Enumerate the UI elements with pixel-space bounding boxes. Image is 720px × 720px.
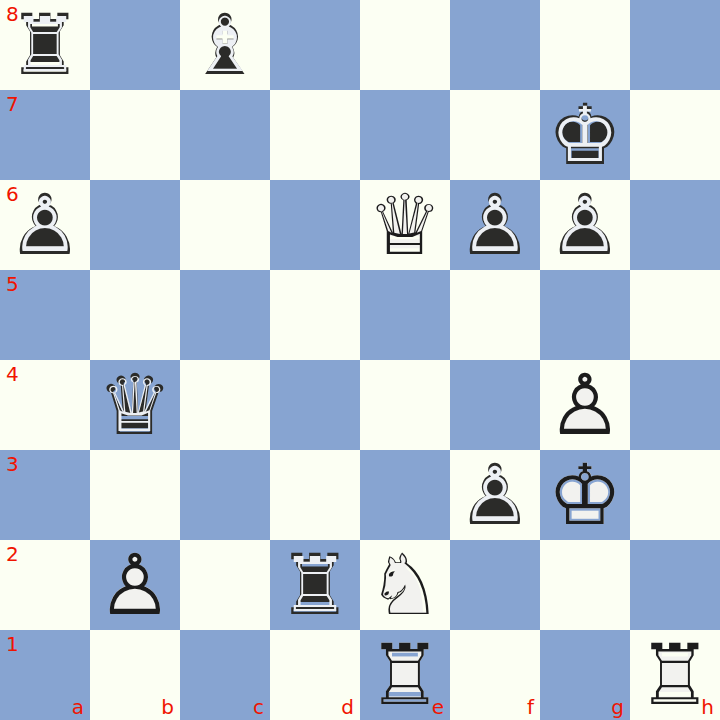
pawn-glyph-fill: ♟ bbox=[450, 180, 540, 270]
queen-glyph-fill: ♛ bbox=[90, 360, 180, 450]
square-b3[interactable] bbox=[90, 450, 180, 540]
king-glyph-outline: ♔ bbox=[545, 95, 626, 176]
square-h6[interactable] bbox=[630, 180, 720, 270]
square-e6[interactable]: ♛♕ bbox=[360, 180, 450, 270]
white-pawn[interactable]: ♟♙ bbox=[90, 540, 180, 630]
square-h3[interactable] bbox=[630, 450, 720, 540]
black-pawn[interactable]: ♟♙ bbox=[450, 450, 540, 540]
square-c1[interactable]: c bbox=[180, 630, 270, 720]
square-c5[interactable] bbox=[180, 270, 270, 360]
square-a7[interactable]: 7 bbox=[0, 90, 90, 180]
file-label-a: a bbox=[72, 697, 84, 717]
pawn-glyph-fill: ♟ bbox=[540, 180, 630, 270]
rank-label-6: 6 bbox=[6, 184, 19, 204]
queen-glyph-outline: ♕ bbox=[360, 180, 450, 270]
black-bishop[interactable]: ♝♗ bbox=[180, 0, 270, 90]
square-h8[interactable] bbox=[630, 0, 720, 90]
rank-label-7: 7 bbox=[6, 94, 19, 114]
square-e7[interactable] bbox=[360, 90, 450, 180]
file-label-d: d bbox=[341, 697, 354, 717]
square-g6[interactable]: ♟♙ bbox=[540, 180, 630, 270]
square-b4[interactable]: ♛♕ bbox=[90, 360, 180, 450]
square-d8[interactable] bbox=[270, 0, 360, 90]
king-glyph-fill: ♚ bbox=[540, 90, 630, 180]
square-c2[interactable] bbox=[180, 540, 270, 630]
square-a2[interactable]: 2 bbox=[0, 540, 90, 630]
rank-label-5: 5 bbox=[6, 274, 19, 294]
rank-label-8: 8 bbox=[6, 4, 19, 24]
pawn-glyph-fill: ♟ bbox=[450, 450, 540, 540]
square-g3[interactable]: ♚♔ bbox=[540, 450, 630, 540]
square-h5[interactable] bbox=[630, 270, 720, 360]
square-c6[interactable] bbox=[180, 180, 270, 270]
square-f7[interactable] bbox=[450, 90, 540, 180]
square-a8[interactable]: 8♜♖ bbox=[0, 0, 90, 90]
file-label-e: e bbox=[432, 697, 444, 717]
square-e8[interactable] bbox=[360, 0, 450, 90]
square-a3[interactable]: 3 bbox=[0, 450, 90, 540]
square-f4[interactable] bbox=[450, 360, 540, 450]
bishop-glyph-outline: ♗ bbox=[185, 5, 266, 86]
square-e2[interactable]: ♞♘ bbox=[360, 540, 450, 630]
square-a5[interactable]: 5 bbox=[0, 270, 90, 360]
pawn-glyph-outline: ♙ bbox=[540, 360, 630, 450]
queen-glyph-fill: ♛ bbox=[360, 180, 450, 270]
white-knight[interactable]: ♞♘ bbox=[360, 540, 450, 630]
knight-glyph-fill: ♞ bbox=[360, 540, 450, 630]
king-glyph-fill: ♚ bbox=[540, 450, 630, 540]
square-g7[interactable]: ♚♔ bbox=[540, 90, 630, 180]
pawn-glyph-outline: ♙ bbox=[545, 185, 626, 266]
square-h7[interactable] bbox=[630, 90, 720, 180]
rank-label-1: 1 bbox=[6, 634, 19, 654]
square-b8[interactable] bbox=[90, 0, 180, 90]
square-c3[interactable] bbox=[180, 450, 270, 540]
black-king[interactable]: ♚♔ bbox=[540, 90, 630, 180]
file-label-g: g bbox=[611, 697, 624, 717]
square-d4[interactable] bbox=[270, 360, 360, 450]
pawn-glyph-outline: ♙ bbox=[455, 185, 536, 266]
rank-label-3: 3 bbox=[6, 454, 19, 474]
pawn-glyph-fill: ♟ bbox=[90, 540, 180, 630]
square-g1[interactable]: g bbox=[540, 630, 630, 720]
square-e1[interactable]: e♜♖ bbox=[360, 630, 450, 720]
square-f3[interactable]: ♟♙ bbox=[450, 450, 540, 540]
pawn-glyph-fill: ♟ bbox=[540, 360, 630, 450]
square-f5[interactable] bbox=[450, 270, 540, 360]
queen-glyph-outline: ♕ bbox=[95, 365, 176, 446]
pawn-glyph-outline: ♙ bbox=[455, 455, 536, 536]
square-a6[interactable]: 6♟♙ bbox=[0, 180, 90, 270]
rook-glyph-outline: ♖ bbox=[275, 545, 356, 626]
square-c4[interactable] bbox=[180, 360, 270, 450]
square-h4[interactable] bbox=[630, 360, 720, 450]
knight-glyph-outline: ♘ bbox=[360, 540, 450, 630]
square-a1[interactable]: 1a bbox=[0, 630, 90, 720]
black-rook[interactable]: ♜♖ bbox=[270, 540, 360, 630]
square-h1[interactable]: h♜♖ bbox=[630, 630, 720, 720]
square-b6[interactable] bbox=[90, 180, 180, 270]
file-label-b: b bbox=[161, 697, 174, 717]
bishop-glyph-fill: ♝ bbox=[180, 0, 270, 90]
square-f6[interactable]: ♟♙ bbox=[450, 180, 540, 270]
white-king[interactable]: ♚♔ bbox=[540, 450, 630, 540]
square-d1[interactable]: d bbox=[270, 630, 360, 720]
king-glyph-outline: ♔ bbox=[540, 450, 630, 540]
square-g8[interactable] bbox=[540, 0, 630, 90]
file-label-c: c bbox=[253, 697, 264, 717]
rank-label-2: 2 bbox=[6, 544, 19, 564]
pawn-glyph-outline: ♙ bbox=[90, 540, 180, 630]
square-f8[interactable] bbox=[450, 0, 540, 90]
black-pawn[interactable]: ♟♙ bbox=[450, 180, 540, 270]
square-e4[interactable] bbox=[360, 360, 450, 450]
square-f1[interactable]: f bbox=[450, 630, 540, 720]
chess-app: 8♜♖♝♗7♚♔6♟♙♛♕♟♙♟♙54♛♕♟♙3♟♙♚♔2♟♙♜♖♞♘1abcd… bbox=[0, 0, 720, 720]
square-d2[interactable]: ♜♖ bbox=[270, 540, 360, 630]
rook-glyph-fill: ♜ bbox=[270, 540, 360, 630]
black-pawn[interactable]: ♟♙ bbox=[540, 180, 630, 270]
white-queen[interactable]: ♛♕ bbox=[360, 180, 450, 270]
chess-board: 8♜♖♝♗7♚♔6♟♙♛♕♟♙♟♙54♛♕♟♙3♟♙♚♔2♟♙♜♖♞♘1abcd… bbox=[0, 0, 720, 720]
square-b7[interactable] bbox=[90, 90, 180, 180]
square-d7[interactable] bbox=[270, 90, 360, 180]
square-b5[interactable] bbox=[90, 270, 180, 360]
square-e3[interactable] bbox=[360, 450, 450, 540]
square-b2[interactable]: ♟♙ bbox=[90, 540, 180, 630]
square-d5[interactable] bbox=[270, 270, 360, 360]
square-g5[interactable] bbox=[540, 270, 630, 360]
square-f2[interactable] bbox=[450, 540, 540, 630]
square-a4[interactable]: 4 bbox=[0, 360, 90, 450]
square-g2[interactable] bbox=[540, 540, 630, 630]
file-label-h: h bbox=[701, 697, 714, 717]
rank-label-4: 4 bbox=[6, 364, 19, 384]
square-h2[interactable] bbox=[630, 540, 720, 630]
square-c8[interactable]: ♝♗ bbox=[180, 0, 270, 90]
square-g4[interactable]: ♟♙ bbox=[540, 360, 630, 450]
black-queen[interactable]: ♛♕ bbox=[90, 360, 180, 450]
white-pawn[interactable]: ♟♙ bbox=[540, 360, 630, 450]
square-d3[interactable] bbox=[270, 450, 360, 540]
file-label-f: f bbox=[527, 697, 534, 717]
square-e5[interactable] bbox=[360, 270, 450, 360]
square-c7[interactable] bbox=[180, 90, 270, 180]
square-b1[interactable]: b bbox=[90, 630, 180, 720]
square-d6[interactable] bbox=[270, 180, 360, 270]
